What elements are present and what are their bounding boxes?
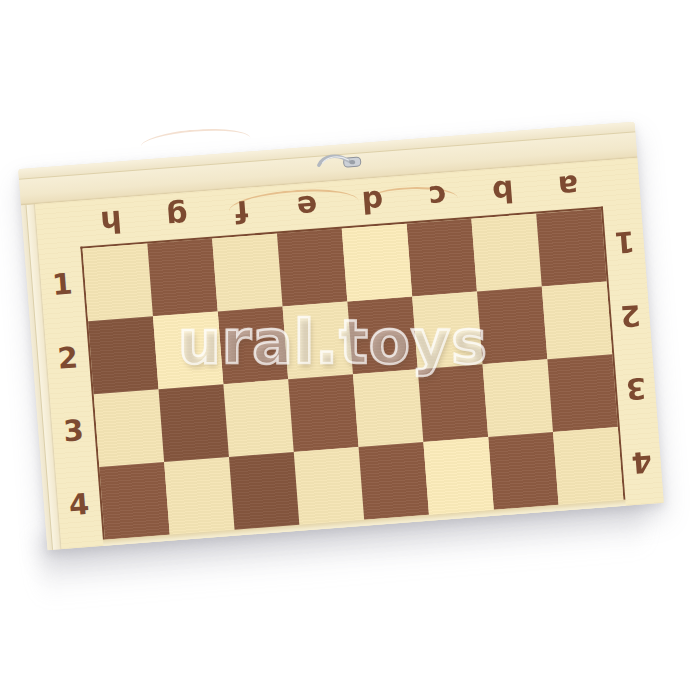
board-square-r4c3 <box>229 452 299 530</box>
board-square-r1c1 <box>83 244 153 322</box>
board-square-r1c6 <box>407 219 477 297</box>
board-square-r4c5 <box>359 442 429 520</box>
file-label-a: a <box>534 161 603 212</box>
board-square-r4c6 <box>423 437 493 515</box>
rank-label-1-right: 1 <box>603 204 647 280</box>
board-square-r1c7 <box>471 214 541 292</box>
file-label-c: c <box>403 171 472 222</box>
board-square-r2c1 <box>88 316 158 394</box>
file-label-f: f <box>207 186 276 237</box>
rank-label-4-left: 4 <box>55 467 103 544</box>
watermark: ural.toys <box>178 300 538 390</box>
rank-label-4-right: 4 <box>620 423 664 499</box>
board-square-r4c8 <box>553 427 623 505</box>
product-photo: 1234 hgfedcba 1234 ural.toys <box>0 0 700 700</box>
file-label-d: d <box>338 176 407 227</box>
board-square-r4c7 <box>488 432 558 510</box>
board-square-r3c8 <box>547 354 617 432</box>
wood-grain-mark <box>139 125 251 159</box>
board-square-r4c4 <box>294 447 364 525</box>
rank-label-3-right: 3 <box>614 350 658 426</box>
rank-label-2-right: 2 <box>608 277 652 353</box>
clasp-icon <box>314 147 366 175</box>
board-square-r4c2 <box>164 457 234 535</box>
board-square-r1c5 <box>342 224 412 302</box>
rank-label-1-left: 1 <box>39 247 87 324</box>
file-label-b: b <box>469 166 538 217</box>
board-square-r3c1 <box>94 389 164 467</box>
rank-label-3-left: 3 <box>50 393 98 470</box>
rank-label-2-left: 2 <box>44 320 92 397</box>
board-square-r2c8 <box>542 281 612 359</box>
file-label-g: g <box>142 191 211 242</box>
board-square-r4c1 <box>99 462 169 540</box>
file-label-e: e <box>273 181 342 232</box>
board-square-r3c2 <box>159 384 229 462</box>
file-label-h: h <box>77 196 146 247</box>
board-square-r1c8 <box>536 209 606 287</box>
board-square-r1c4 <box>277 229 347 307</box>
board-square-r3c3 <box>223 379 293 457</box>
